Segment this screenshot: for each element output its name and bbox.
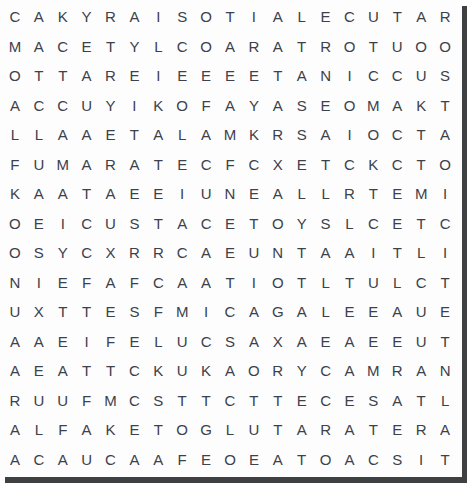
- grid-cell-r11c2: X: [27, 297, 51, 327]
- grid-cell-r14c13: E: [290, 386, 314, 416]
- grid-cell-r3c15: I: [338, 61, 362, 91]
- grid-cell-r13c15: A: [338, 356, 362, 386]
- grid-cell-r16c1: A: [3, 445, 27, 475]
- grid-cell-r5c4: A: [75, 120, 99, 150]
- grid-cell-r8c10: E: [218, 209, 242, 239]
- grid-cell-r8c4: C: [75, 209, 99, 239]
- grid-cell-r16c16: C: [361, 445, 385, 475]
- grid-cell-r12c15: A: [338, 327, 362, 357]
- grid-cell-r7c3: A: [51, 179, 75, 209]
- grid-cell-r12c7: L: [146, 327, 170, 357]
- grid-cell-r5c18: T: [409, 120, 433, 150]
- grid-cell-r15c5: K: [99, 415, 123, 445]
- grid-cell-r1c1: C: [3, 2, 27, 32]
- grid-cell-r11c7: F: [146, 297, 170, 327]
- grid-cell-r5c11: K: [242, 120, 266, 150]
- grid-cell-r16c6: A: [122, 445, 146, 475]
- grid-cell-r1c4: Y: [75, 2, 99, 32]
- grid-cell-r14c5: M: [99, 386, 123, 416]
- word-search-board: CAKYRAISOTIALECUTARMACETYLCOARATROTUOOOT…: [0, 0, 462, 477]
- grid-cell-r13c2: E: [27, 356, 51, 386]
- grid-cell-r13c18: A: [409, 356, 433, 386]
- grid-cell-r2c17: U: [385, 32, 409, 62]
- grid-cell-r8c5: U: [99, 209, 123, 239]
- grid-cell-r7c4: T: [75, 179, 99, 209]
- grid-cell-r10c14: L: [314, 268, 338, 298]
- grid-cell-r8c3: I: [51, 209, 75, 239]
- grid-cell-r8c13: Y: [290, 209, 314, 239]
- grid-cell-r8c8: A: [170, 209, 194, 239]
- grid-cell-r3c9: E: [194, 61, 218, 91]
- grid-cell-r12c13: A: [290, 327, 314, 357]
- grid-cell-r10c19: T: [433, 268, 457, 298]
- grid-cell-r10c5: A: [99, 268, 123, 298]
- grid-cell-r16c13: T: [290, 445, 314, 475]
- grid-cell-r15c14: R: [314, 415, 338, 445]
- grid-cell-r15c13: A: [290, 415, 314, 445]
- grid-cell-r16c11: E: [242, 445, 266, 475]
- grid-cell-r6c4: A: [75, 150, 99, 180]
- grid-cell-r16c19: T: [433, 445, 457, 475]
- grid-cell-r12c8: U: [170, 327, 194, 357]
- grid-cell-r12c5: F: [99, 327, 123, 357]
- grid-cell-r1c8: S: [170, 2, 194, 32]
- grid-cell-r11c10: C: [218, 297, 242, 327]
- grid-cell-r14c7: S: [146, 386, 170, 416]
- grid-cell-r16c8: F: [170, 445, 194, 475]
- grid-cell-r10c7: C: [146, 268, 170, 298]
- grid-cell-r8c11: T: [242, 209, 266, 239]
- grid-cell-r15c4: A: [75, 415, 99, 445]
- grid-cell-r4c1: A: [3, 91, 27, 121]
- grid-cell-r10c18: C: [409, 268, 433, 298]
- grid-cell-r9c8: C: [170, 238, 194, 268]
- grid-cell-r16c14: O: [314, 445, 338, 475]
- grid-cell-r9c4: C: [75, 238, 99, 268]
- grid-cell-r13c10: A: [218, 356, 242, 386]
- grid-cell-r16c4: U: [75, 445, 99, 475]
- grid-cell-r9c19: I: [433, 238, 457, 268]
- grid-cell-r13c19: N: [433, 356, 457, 386]
- grid-cell-r2c6: Y: [122, 32, 146, 62]
- grid-cell-r1c11: I: [242, 2, 266, 32]
- grid-cell-r2c4: E: [75, 32, 99, 62]
- page: CAKYRAISOTIALECUTARMACETYLCOARATROTUOOOT…: [0, 0, 470, 488]
- grid-cell-r11c5: E: [99, 297, 123, 327]
- grid-cell-r6c7: T: [146, 150, 170, 180]
- grid-cell-r8c15: L: [338, 209, 362, 239]
- grid-cell-r8c9: C: [194, 209, 218, 239]
- grid-cell-r6c8: E: [170, 150, 194, 180]
- grid-cell-r1c19: R: [433, 2, 457, 32]
- grid-cell-r2c12: A: [266, 32, 290, 62]
- grid-cell-r2c10: A: [218, 32, 242, 62]
- grid-cell-r3c5: R: [99, 61, 123, 91]
- grid-cell-r5c15: I: [338, 120, 362, 150]
- grid-cell-r6c1: F: [3, 150, 27, 180]
- grid-cell-r15c3: F: [51, 415, 75, 445]
- grid-cell-r16c3: A: [51, 445, 75, 475]
- grid-cell-r7c16: T: [361, 179, 385, 209]
- grid-cell-r6c10: F: [218, 150, 242, 180]
- grid-cell-r11c12: G: [266, 297, 290, 327]
- grid-cell-r15c9: G: [194, 415, 218, 445]
- grid-cell-r3c11: E: [242, 61, 266, 91]
- grid-cell-r2c8: C: [170, 32, 194, 62]
- grid-cell-r9c11: U: [242, 238, 266, 268]
- grid-cell-r7c9: U: [194, 179, 218, 209]
- grid-cell-r4c2: C: [27, 91, 51, 121]
- grid-cell-r11c19: E: [433, 297, 457, 327]
- grid-cell-r9c14: A: [314, 238, 338, 268]
- grid-cell-r11c1: U: [3, 297, 27, 327]
- grid-cell-r12c9: C: [194, 327, 218, 357]
- grid-cell-r8c1: O: [3, 209, 27, 239]
- grid-cell-r14c19: L: [433, 386, 457, 416]
- grid-cell-r10c8: A: [170, 268, 194, 298]
- grid-cell-r14c11: T: [242, 386, 266, 416]
- grid-cell-r5c2: L: [27, 120, 51, 150]
- grid-cell-r15c12: T: [266, 415, 290, 445]
- grid-cell-r13c4: T: [75, 356, 99, 386]
- grid-cell-r1c5: R: [99, 2, 123, 32]
- grid-cell-r8c12: O: [266, 209, 290, 239]
- grid-cell-r11c11: A: [242, 297, 266, 327]
- grid-cell-r11c17: A: [385, 297, 409, 327]
- grid-cell-r2c1: M: [3, 32, 27, 62]
- grid-cell-r11c3: T: [51, 297, 75, 327]
- grid-cell-r2c16: T: [361, 32, 385, 62]
- grid-cell-r4c14: E: [314, 91, 338, 121]
- grid-cell-r6c15: C: [338, 150, 362, 180]
- grid-cell-r14c6: C: [122, 386, 146, 416]
- grid-cell-r14c12: T: [266, 386, 290, 416]
- grid-cell-r14c16: S: [361, 386, 385, 416]
- grid-cell-r14c17: A: [385, 386, 409, 416]
- grid-cell-r14c15: E: [338, 386, 362, 416]
- grid-cell-r7c15: R: [338, 179, 362, 209]
- grid-cell-r10c11: I: [242, 268, 266, 298]
- grid-cell-r9c15: A: [338, 238, 362, 268]
- grid-cell-r9c3: Y: [51, 238, 75, 268]
- grid-cell-r15c15: A: [338, 415, 362, 445]
- grid-cell-r9c5: X: [99, 238, 123, 268]
- grid-cell-r11c8: M: [170, 297, 194, 327]
- grid-cell-r9c18: L: [409, 238, 433, 268]
- grid-cell-r7c6: E: [122, 179, 146, 209]
- grid-cell-r10c3: E: [51, 268, 75, 298]
- grid-cell-r15c19: A: [433, 415, 457, 445]
- grid-cell-r5c3: A: [51, 120, 75, 150]
- grid-cell-r1c6: A: [122, 2, 146, 32]
- grid-cell-r8c7: T: [146, 209, 170, 239]
- grid-cell-r7c10: N: [218, 179, 242, 209]
- grid-cell-r10c13: T: [290, 268, 314, 298]
- grid-cell-r11c15: E: [338, 297, 362, 327]
- grid-cell-r6c14: T: [314, 150, 338, 180]
- grid-cell-r15c16: T: [361, 415, 385, 445]
- grid-cell-r3c18: U: [409, 61, 433, 91]
- grid-cell-r12c18: U: [409, 327, 433, 357]
- grid-cell-r7c1: K: [3, 179, 27, 209]
- grid-cell-r9c17: T: [385, 238, 409, 268]
- grid-cell-r13c6: C: [122, 356, 146, 386]
- grid-cell-r2c19: O: [433, 32, 457, 62]
- grid-cell-r14c4: F: [75, 386, 99, 416]
- grid-cell-r4c7: K: [146, 91, 170, 121]
- grid-cell-r7c17: E: [385, 179, 409, 209]
- grid-cell-r3c16: C: [361, 61, 385, 91]
- grid-cell-r6c9: C: [194, 150, 218, 180]
- grid-cell-r13c14: C: [314, 356, 338, 386]
- grid-cell-r3c7: I: [146, 61, 170, 91]
- grid-cell-r5c19: A: [433, 120, 457, 150]
- grid-cell-r13c8: U: [170, 356, 194, 386]
- grid-cell-r9c9: A: [194, 238, 218, 268]
- grid-cell-r1c9: O: [194, 2, 218, 32]
- grid-cell-r6c19: O: [433, 150, 457, 180]
- grid-cell-r16c2: C: [27, 445, 51, 475]
- grid-cell-r11c14: L: [314, 297, 338, 327]
- grid-cell-r10c17: L: [385, 268, 409, 298]
- grid-cell-r10c10: T: [218, 268, 242, 298]
- grid-cell-r8c6: S: [122, 209, 146, 239]
- grid-cell-r4c11: Y: [242, 91, 266, 121]
- grid-cell-r7c7: E: [146, 179, 170, 209]
- grid-cell-r10c15: T: [338, 268, 362, 298]
- grid-cell-r13c11: O: [242, 356, 266, 386]
- grid-cell-r1c13: L: [290, 2, 314, 32]
- grid-cell-r9c13: T: [290, 238, 314, 268]
- grid-cell-r13c16: M: [361, 356, 385, 386]
- grid-cell-r16c10: O: [218, 445, 242, 475]
- grid-cell-r1c16: U: [361, 2, 385, 32]
- grid-cell-r4c10: A: [218, 91, 242, 121]
- grid-cell-r11c4: T: [75, 297, 99, 327]
- grid-cell-r12c17: E: [385, 327, 409, 357]
- grid-cell-r9c7: R: [146, 238, 170, 268]
- grid-cell-r8c17: E: [385, 209, 409, 239]
- grid-cell-r8c16: C: [361, 209, 385, 239]
- grid-cell-r8c14: S: [314, 209, 338, 239]
- grid-cell-r7c5: A: [99, 179, 123, 209]
- grid-cell-r12c10: S: [218, 327, 242, 357]
- grid-cell-r7c13: L: [290, 179, 314, 209]
- grid-cell-r16c12: A: [266, 445, 290, 475]
- grid-cell-r2c3: C: [51, 32, 75, 62]
- grid-cell-r4c18: K: [409, 91, 433, 121]
- grid-cell-r14c1: R: [3, 386, 27, 416]
- grid-cell-r10c4: F: [75, 268, 99, 298]
- grid-cell-r13c9: K: [194, 356, 218, 386]
- grid-cell-r10c12: O: [266, 268, 290, 298]
- grid-cell-r2c5: T: [99, 32, 123, 62]
- grid-cell-r4c12: A: [266, 91, 290, 121]
- grid-cell-r5c6: T: [122, 120, 146, 150]
- grid-cell-r2c14: R: [314, 32, 338, 62]
- grid-cell-r12c16: E: [361, 327, 385, 357]
- grid-cell-r7c2: A: [27, 179, 51, 209]
- grid-cell-r9c12: N: [266, 238, 290, 268]
- grid-cell-r5c1: L: [3, 120, 27, 150]
- grid-cell-r5c14: A: [314, 120, 338, 150]
- grid-cell-r5c5: E: [99, 120, 123, 150]
- grid-cell-r1c17: T: [385, 2, 409, 32]
- grid-cell-r15c17: E: [385, 415, 409, 445]
- grid-cell-r6c6: A: [122, 150, 146, 180]
- grid-cell-r13c13: Y: [290, 356, 314, 386]
- grid-cell-r6c5: R: [99, 150, 123, 180]
- grid-cell-r10c9: A: [194, 268, 218, 298]
- grid-cell-r3c8: E: [170, 61, 194, 91]
- grid-cell-r9c1: O: [3, 238, 27, 268]
- grid-cell-r2c13: T: [290, 32, 314, 62]
- grid-cell-r14c18: T: [409, 386, 433, 416]
- grid-cell-r6c12: X: [266, 150, 290, 180]
- grid-cell-r4c6: I: [122, 91, 146, 121]
- grid-cell-r3c6: E: [122, 61, 146, 91]
- grid-cell-r1c18: A: [409, 2, 433, 32]
- grid-cell-r13c1: A: [3, 356, 27, 386]
- grid-cell-r15c6: E: [122, 415, 146, 445]
- grid-cell-r4c9: F: [194, 91, 218, 121]
- grid-cell-r13c12: R: [266, 356, 290, 386]
- grid-cell-r5c13: S: [290, 120, 314, 150]
- grid-cell-r6c3: M: [51, 150, 75, 180]
- grid-cell-r12c2: A: [27, 327, 51, 357]
- grid-cell-r5c7: A: [146, 120, 170, 150]
- grid-cell-r1c2: A: [27, 2, 51, 32]
- grid-cell-r7c11: E: [242, 179, 266, 209]
- grid-cell-r1c15: C: [338, 2, 362, 32]
- grid-cell-r12c3: E: [51, 327, 75, 357]
- grid-cell-r6c18: T: [409, 150, 433, 180]
- grid-cell-r15c8: O: [170, 415, 194, 445]
- grid-cell-r1c3: K: [51, 2, 75, 32]
- grid-cell-r9c2: S: [27, 238, 51, 268]
- grid-cell-r14c9: T: [194, 386, 218, 416]
- grid-cell-r4c16: M: [361, 91, 385, 121]
- grid-cell-r15c10: L: [218, 415, 242, 445]
- grid-cell-r5c12: R: [266, 120, 290, 150]
- grid-cell-r12c14: E: [314, 327, 338, 357]
- grid-cell-r3c10: E: [218, 61, 242, 91]
- grid-cell-r2c2: A: [27, 32, 51, 62]
- grid-cell-r14c14: C: [314, 386, 338, 416]
- grid-cell-r7c14: L: [314, 179, 338, 209]
- grid-cell-r14c10: C: [218, 386, 242, 416]
- grid-cell-r5c17: C: [385, 120, 409, 150]
- grid-cell-r8c18: T: [409, 209, 433, 239]
- grid-cell-r16c7: A: [146, 445, 170, 475]
- grid-cell-r12c11: A: [242, 327, 266, 357]
- grid-cell-r8c2: E: [27, 209, 51, 239]
- grid-cell-r9c16: I: [361, 238, 385, 268]
- grid-cell-r10c16: U: [361, 268, 385, 298]
- grid-cell-r6c2: U: [27, 150, 51, 180]
- grid-cell-r6c16: K: [361, 150, 385, 180]
- grid-cell-r4c4: U: [75, 91, 99, 121]
- grid-cell-r4c15: O: [338, 91, 362, 121]
- grid-cell-r4c19: T: [433, 91, 457, 121]
- grid-cell-r2c15: O: [338, 32, 362, 62]
- grid-cell-r15c18: R: [409, 415, 433, 445]
- grid-cell-r15c7: T: [146, 415, 170, 445]
- grid-cell-r7c8: I: [170, 179, 194, 209]
- grid-cell-r7c18: M: [409, 179, 433, 209]
- grid-cell-r2c18: O: [409, 32, 433, 62]
- grid-cell-r12c1: A: [3, 327, 27, 357]
- grid-cell-r13c7: K: [146, 356, 170, 386]
- grid-cell-r14c3: U: [51, 386, 75, 416]
- grid-cell-r3c17: C: [385, 61, 409, 91]
- grid-cell-r11c16: E: [361, 297, 385, 327]
- grid-cell-r3c14: N: [314, 61, 338, 91]
- grid-cell-r16c5: C: [99, 445, 123, 475]
- grid-cell-r16c15: A: [338, 445, 362, 475]
- grid-cell-r9c6: R: [122, 238, 146, 268]
- grid-cell-r4c17: A: [385, 91, 409, 121]
- grid-cell-r1c12: A: [266, 2, 290, 32]
- grid-cell-r2c11: R: [242, 32, 266, 62]
- grid-cell-r4c13: S: [290, 91, 314, 121]
- grid-cell-r6c13: E: [290, 150, 314, 180]
- grid-cell-r16c9: E: [194, 445, 218, 475]
- grid-cell-r9c10: E: [218, 238, 242, 268]
- grid-cell-r1c10: T: [218, 2, 242, 32]
- grid-cell-r13c5: T: [99, 356, 123, 386]
- grid-cell-r3c2: T: [27, 61, 51, 91]
- grid-cell-r5c8: L: [170, 120, 194, 150]
- grid-cell-r4c3: C: [51, 91, 75, 121]
- grid-cell-r15c1: A: [3, 415, 27, 445]
- grid-cell-r3c4: A: [75, 61, 99, 91]
- grid-cell-r11c13: A: [290, 297, 314, 327]
- grid-cell-r12c12: X: [266, 327, 290, 357]
- grid-cell-r3c19: S: [433, 61, 457, 91]
- grid-cell-r11c6: S: [122, 297, 146, 327]
- grid-cell-r15c11: U: [242, 415, 266, 445]
- grid-cell-r7c12: A: [266, 179, 290, 209]
- grid-cell-r10c1: N: [3, 268, 27, 298]
- grid-cell-r8c19: C: [433, 209, 457, 239]
- grid-cell-r16c18: I: [409, 445, 433, 475]
- grid-cell-r11c9: I: [194, 297, 218, 327]
- grid-cell-r2c7: L: [146, 32, 170, 62]
- grid-cell-r12c4: I: [75, 327, 99, 357]
- grid-cell-r2c9: O: [194, 32, 218, 62]
- grid-cell-r3c1: O: [3, 61, 27, 91]
- grid-cell-r12c6: E: [122, 327, 146, 357]
- grid-cell-r13c3: A: [51, 356, 75, 386]
- grid-cell-r5c16: O: [361, 120, 385, 150]
- grid-cell-r7c19: I: [433, 179, 457, 209]
- grid-cell-r6c17: C: [385, 150, 409, 180]
- grid-cell-r4c5: Y: [99, 91, 123, 121]
- grid-cell-r12c19: T: [433, 327, 457, 357]
- grid-cell-r16c17: S: [385, 445, 409, 475]
- grid-cell-r5c9: A: [194, 120, 218, 150]
- grid-cell-r4c8: O: [170, 91, 194, 121]
- grid-cell-r15c2: L: [27, 415, 51, 445]
- grid-cell-r3c13: A: [290, 61, 314, 91]
- grid-cell-r10c2: I: [27, 268, 51, 298]
- grid-cell-r5c10: M: [218, 120, 242, 150]
- grid-cell-r3c12: T: [266, 61, 290, 91]
- grid-cell-r11c18: U: [409, 297, 433, 327]
- grid-cell-r6c11: C: [242, 150, 266, 180]
- grid-cell-r10c6: F: [122, 268, 146, 298]
